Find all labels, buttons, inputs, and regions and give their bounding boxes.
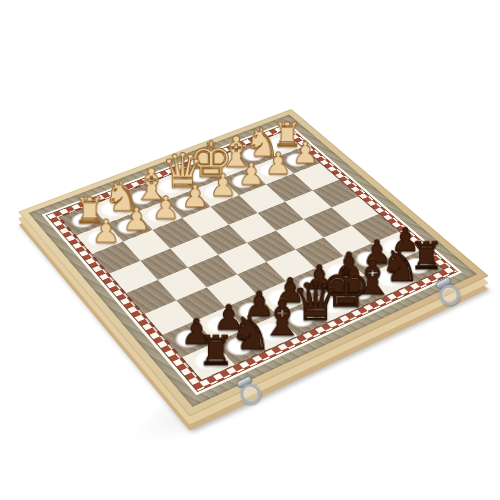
piece-black-rook[interactable]: ♜ <box>197 331 235 372</box>
board-face: ♜♞♝♛♚♝♞♜♟♟♟♟♟♟♟♟♟♟♟♟♟♟♟♟♜♞♝♛♚♝♞♜ <box>18 109 489 416</box>
square-c4[interactable] <box>170 236 218 267</box>
piece-white-pawn[interactable]: ♟ <box>89 215 124 247</box>
chess-board: ♜♞♝♛♚♝♞♜♟♟♟♟♟♟♟♟♟♟♟♟♟♟♟♟♜♞♝♛♚♝♞♜ <box>18 109 489 416</box>
piece-white-pawn[interactable]: ♟ <box>119 204 153 236</box>
scene-3d: ♜♞♝♛♚♝♞♜♟♟♟♟♟♟♟♟♟♟♟♟♟♟♟♟♜♞♝♛♚♝♞♜ <box>0 0 500 500</box>
piece-white-pawn[interactable]: ♟ <box>149 192 183 223</box>
product-photo-stage: ♜♞♝♛♚♝♞♜♟♟♟♟♟♟♟♟♟♟♟♟♟♟♟♟♜♞♝♛♚♝♞♜ <box>0 0 500 500</box>
piece-white-pawn[interactable]: ♟ <box>178 181 212 212</box>
